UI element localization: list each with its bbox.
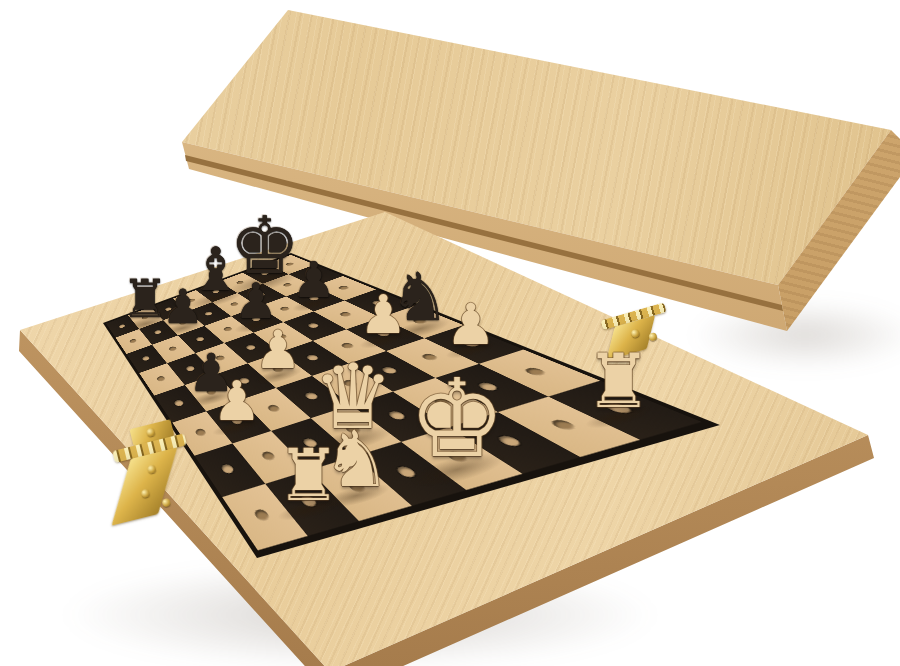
peg-hole: [279, 306, 291, 312]
piece-white-king-d1[interactable]: ♚: [409, 365, 506, 473]
piece-white-pawn-b4[interactable]: ♟: [359, 288, 407, 342]
peg-hole: [195, 336, 205, 342]
peg-hole: [141, 355, 150, 361]
piece-white-rook-g1[interactable]: ♜: [277, 440, 341, 512]
piece-black-pawn-b6[interactable]: ♟: [292, 256, 336, 305]
peg-hole: [522, 367, 548, 377]
peg-hole: [173, 399, 185, 407]
piece-white-pawn-a3[interactable]: ♟: [445, 295, 496, 352]
peg-hole: [260, 450, 277, 461]
piece-white-pawn-e4[interactable]: ♟: [254, 324, 301, 377]
peg-hole: [266, 404, 281, 413]
peg-hole: [129, 338, 137, 343]
peg-hole: [337, 285, 350, 290]
peg-hole: [204, 311, 214, 316]
peg-hole: [338, 311, 353, 317]
peg-hole: [252, 508, 271, 522]
piece-white-rook-a1[interactable]: ♜: [585, 345, 652, 420]
piece-white-pawn-g3[interactable]: ♟: [212, 374, 261, 429]
peg-hole: [156, 375, 166, 382]
piece-black-pawn-f7[interactable]: ♟: [162, 283, 204, 330]
peg-hole: [306, 322, 320, 328]
peg-hole: [168, 346, 178, 352]
peg-hole: [222, 326, 233, 332]
peg-hole: [548, 419, 578, 432]
product-photo-chess-set: ♜♟♝♚♟♟♞♟♟♟♜♞♛♟♚♟♜: [0, 0, 900, 666]
